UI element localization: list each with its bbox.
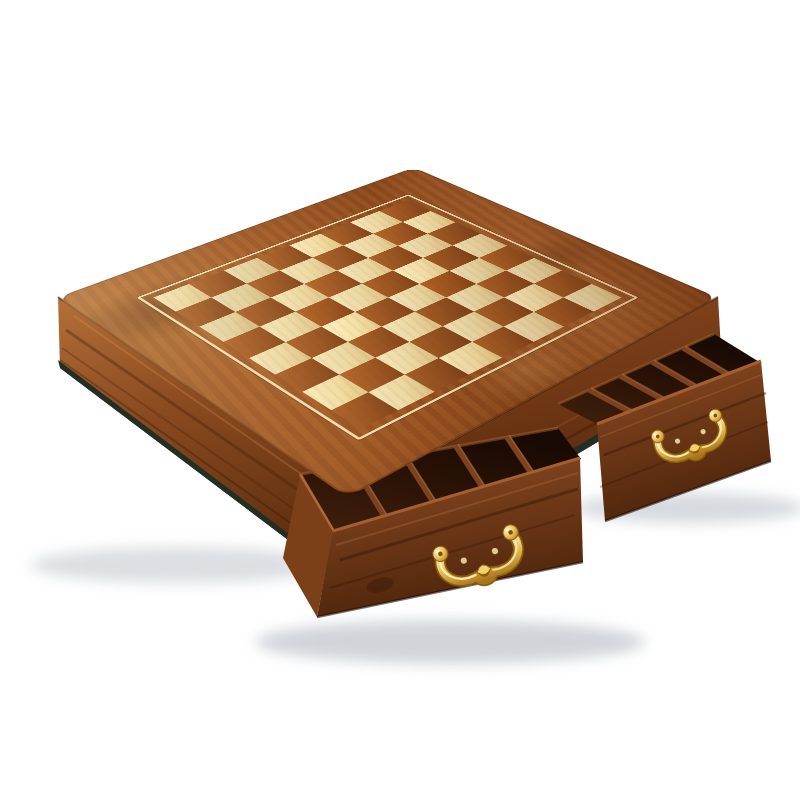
chess-board — [153, 200, 621, 429]
board-frame — [57, 168, 717, 498]
board-top-assembly — [154, 64, 621, 531]
chess-box-photo — [0, 0, 800, 800]
